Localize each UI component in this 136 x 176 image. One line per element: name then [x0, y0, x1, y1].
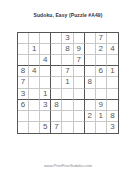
cell-r7-c8: 9 [96, 100, 107, 111]
cell-r1-c1 [18, 33, 29, 44]
cell-r2-c3 [40, 44, 51, 55]
footer-url: www.PrintFreeSudoku.com [0, 163, 136, 168]
cell-r7-c9 [107, 100, 118, 111]
cell-r3-c4 [51, 55, 62, 66]
cell-r3-c7 [85, 55, 96, 66]
cell-r8-c3 [40, 111, 51, 122]
cell-r3-c3: 4 [40, 55, 51, 66]
cell-r2-c8: 2 [96, 44, 107, 55]
cell-r3-c5 [62, 55, 73, 66]
cell-r6-c2 [29, 89, 40, 100]
cell-r2-c2: 1 [29, 44, 40, 55]
page-title: Sudoku, Easy (Puzzle #A49) [0, 12, 136, 18]
cell-r7-c6 [74, 100, 85, 111]
cell-r6-c6 [74, 89, 85, 100]
cell-r4-c8: 6 [96, 66, 107, 77]
cell-r5-c1: 7 [18, 77, 29, 88]
cell-r4-c9: 1 [107, 66, 118, 77]
cell-r2-c4 [51, 44, 62, 55]
cell-r6-c8 [96, 89, 107, 100]
cell-r4-c4 [51, 66, 62, 77]
cell-r8-c8: 1 [96, 111, 107, 122]
cell-r7-c4: 8 [51, 100, 62, 111]
cell-r8-c7: 2 [85, 111, 96, 122]
cell-r6-c5 [62, 89, 73, 100]
cell-r5-c8 [96, 77, 107, 88]
cell-r8-c6 [74, 111, 85, 122]
cell-r1-c6 [74, 33, 85, 44]
cell-r1-c2 [29, 33, 40, 44]
cell-r1-c3 [40, 33, 51, 44]
cell-r5-c2 [29, 77, 40, 88]
cell-r9-c4: 7 [51, 122, 62, 133]
cell-r6-c1: 3 [18, 89, 29, 100]
cell-r7-c1: 6 [18, 100, 29, 111]
cell-r6-c9 [107, 89, 118, 100]
cell-r2-c6: 9 [74, 44, 85, 55]
cell-r5-c9 [107, 77, 118, 88]
cell-r1-c5: 3 [62, 33, 73, 44]
cell-r9-c5 [62, 122, 73, 133]
sudoku-board: 37189244784761718316389218573 [17, 32, 119, 134]
cell-r9-c1 [18, 122, 29, 133]
cell-r5-c3 [40, 77, 51, 88]
cell-r9-c2 [29, 122, 40, 133]
cell-r9-c3: 5 [40, 122, 51, 133]
cell-r5-c4 [51, 77, 62, 88]
cell-r3-c6: 7 [74, 55, 85, 66]
cell-r4-c6 [74, 66, 85, 77]
cell-r2-c1 [18, 44, 29, 55]
cell-r4-c2: 4 [29, 66, 40, 77]
cell-r8-c2 [29, 111, 40, 122]
cell-r8-c1 [18, 111, 29, 122]
cell-r3-c8 [96, 55, 107, 66]
cell-r6-c4 [51, 89, 62, 100]
cell-r5-c6 [74, 77, 85, 88]
cell-r2-c9: 4 [107, 44, 118, 55]
cell-r1-c8: 7 [96, 33, 107, 44]
cell-r9-c6 [74, 122, 85, 133]
cell-r7-c2 [29, 100, 40, 111]
cell-r2-c5: 8 [62, 44, 73, 55]
cell-r8-c9: 8 [107, 111, 118, 122]
cell-r2-c7 [85, 44, 96, 55]
cell-r3-c1 [18, 55, 29, 66]
cell-r5-c7: 8 [85, 77, 96, 88]
cell-r1-c7 [85, 33, 96, 44]
cell-r6-c3: 1 [40, 89, 51, 100]
cell-r7-c3: 3 [40, 100, 51, 111]
cell-r4-c5: 7 [62, 66, 73, 77]
cell-r8-c4 [51, 111, 62, 122]
cell-r8-c5 [62, 111, 73, 122]
cell-r7-c7 [85, 100, 96, 111]
cell-r3-c2 [29, 55, 40, 66]
cell-r1-c4 [51, 33, 62, 44]
cell-r4-c1: 8 [18, 66, 29, 77]
cell-r9-c7 [85, 122, 96, 133]
cell-r9-c9: 3 [107, 122, 118, 133]
cell-r6-c7 [85, 89, 96, 100]
cell-r4-c7 [85, 66, 96, 77]
cell-r9-c8 [96, 122, 107, 133]
cell-r5-c5: 1 [62, 77, 73, 88]
sudoku-page: Sudoku, Easy (Puzzle #A49) 3718924478476… [0, 0, 136, 176]
cell-r3-c9 [107, 55, 118, 66]
cell-r7-c5 [62, 100, 73, 111]
cell-r4-c3 [40, 66, 51, 77]
cell-r1-c9 [107, 33, 118, 44]
